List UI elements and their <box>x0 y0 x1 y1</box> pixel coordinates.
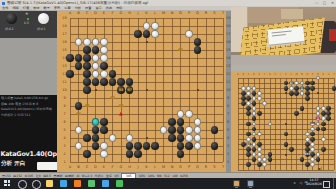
status-token: AI <box>76 174 79 178</box>
coordinate-label: N <box>169 165 175 169</box>
star-point <box>197 89 199 91</box>
coordinate-label: K <box>283 73 288 76</box>
console-line: 载入权重 kata1-b40c256.bin.gz <box>1 96 57 100</box>
menu-item[interactable]: 形势 <box>54 6 60 10</box>
black-stone[interactable] <box>305 96 310 101</box>
black-stone[interactable] <box>83 150 91 158</box>
white-stone[interactable] <box>75 38 83 46</box>
menu-item[interactable]: 设置 <box>85 6 91 10</box>
wechat-icon[interactable] <box>116 180 123 187</box>
coordinate-label: 17 <box>62 32 68 36</box>
white-player-label: 棋手1 <box>37 27 45 31</box>
grid-line <box>206 18 207 163</box>
white-stone[interactable] <box>257 96 262 101</box>
status-token: b256 <box>180 174 188 178</box>
white-stone[interactable] <box>241 86 246 91</box>
white-stone[interactable] <box>92 70 100 78</box>
maximize-button[interactable]: ▢ <box>321 1 328 6</box>
coordinate-label: 18 <box>62 24 68 28</box>
search-icon[interactable] <box>18 180 27 189</box>
coordinate-label: 8 <box>62 104 68 108</box>
coordinate-label: S <box>326 73 331 76</box>
coordinate-label: B <box>76 11 82 15</box>
white-stone[interactable] <box>185 134 193 142</box>
coordinate-label: P <box>186 165 192 169</box>
coordinate-label: R <box>321 73 326 76</box>
coordinate-label: 1 <box>225 160 231 164</box>
grid-line <box>163 18 164 163</box>
white-stone[interactable] <box>289 86 294 91</box>
grid-line <box>70 98 224 99</box>
white-stone[interactable] <box>151 22 159 30</box>
taskbar-clock[interactable]: 14:372020/8/26 <box>306 179 322 187</box>
grid-line <box>238 164 335 165</box>
white-stone[interactable] <box>310 147 315 152</box>
white-stone[interactable] <box>305 132 310 137</box>
grid-line <box>70 106 224 107</box>
status-token: 512 <box>164 174 170 178</box>
black-stone[interactable] <box>289 147 294 152</box>
camera-background-box <box>281 9 303 19</box>
gold-move-number: 86 <box>83 104 91 108</box>
coordinate-label: G <box>118 11 124 15</box>
camera-white-box <box>267 26 304 45</box>
white-stone[interactable] <box>246 137 251 142</box>
coordinate-label: K <box>144 165 150 169</box>
white-stone[interactable] <box>92 38 100 46</box>
coordinate-label: L <box>152 11 158 15</box>
gold-move-number: 95 <box>117 88 125 92</box>
file-explorer-icon[interactable] <box>46 180 53 187</box>
black-stone[interactable] <box>83 54 91 62</box>
status-token: 手305 <box>24 174 33 178</box>
black-stone[interactable] <box>126 150 134 158</box>
white-stone[interactable] <box>92 62 100 70</box>
black-stone[interactable] <box>284 86 289 91</box>
status-token: v40 <box>172 174 178 178</box>
coordinate-label: 1 <box>62 160 68 164</box>
grid-line <box>214 18 215 163</box>
black-stone[interactable] <box>134 30 142 38</box>
black-stone[interactable] <box>177 134 185 142</box>
coordinate-label: R <box>203 165 209 169</box>
app-icon <box>2 2 5 5</box>
coordinate-label: T <box>220 11 226 15</box>
coordinate-label: 2 <box>62 152 68 156</box>
white-stone[interactable] <box>262 101 267 106</box>
window-title: 围棋记谱 S(4.1.7)(KataGoV1.40(OpencL)_S/B.17… <box>7 1 148 5</box>
white-stone[interactable] <box>160 126 168 134</box>
black-stone[interactable] <box>310 137 315 142</box>
black-stone[interactable] <box>92 46 100 54</box>
black-stone[interactable] <box>100 118 108 126</box>
go-app-active-icon[interactable] <box>233 180 240 187</box>
black-stone[interactable] <box>241 91 246 96</box>
black-stone[interactable] <box>252 147 257 152</box>
menu-item[interactable]: 数子 <box>44 6 50 10</box>
white-stone[interactable] <box>83 38 91 46</box>
black-stone[interactable] <box>75 102 83 110</box>
white-stone[interactable] <box>257 157 262 162</box>
black-stone[interactable] <box>321 127 326 132</box>
black-stone[interactable] <box>134 150 142 158</box>
black-stone[interactable] <box>109 70 117 78</box>
coordinate-label: N <box>299 73 304 76</box>
black-stone[interactable] <box>241 101 246 106</box>
black-stone[interactable] <box>168 126 176 134</box>
status-token: 白用时 <box>65 174 74 178</box>
coordinate-label: 9 <box>62 96 68 100</box>
black-stone[interactable] <box>305 147 310 152</box>
coordinate-label: G <box>118 165 124 169</box>
coordinate-label: F <box>110 165 116 169</box>
black-stone[interactable] <box>246 106 251 111</box>
gold-move-number: 84 <box>75 112 83 116</box>
white-stone[interactable] <box>100 70 108 78</box>
coordinate-label: 11 <box>62 80 68 84</box>
coordinate-label: A <box>236 73 241 76</box>
coordinate-label: 15 <box>62 48 68 52</box>
black-stone[interactable] <box>134 142 142 150</box>
black-stone[interactable] <box>83 134 91 142</box>
grid-line <box>328 78 329 170</box>
menu-item[interactable]: 棋盘 <box>106 6 112 10</box>
white-stone[interactable] <box>151 30 159 38</box>
status-token: GPU <box>139 174 145 178</box>
coordinate-label: R <box>203 11 209 15</box>
camera-floor <box>231 55 336 66</box>
white-stone[interactable] <box>185 110 193 118</box>
coordinate-label: N <box>169 11 175 15</box>
coordinate-label: D <box>93 11 99 15</box>
black-stone[interactable] <box>257 142 262 147</box>
gold-move-number: 92 <box>109 96 117 100</box>
coordinate-label: Q <box>315 73 320 76</box>
black-stone[interactable] <box>194 38 202 46</box>
black-stone[interactable] <box>321 147 326 152</box>
white-stone[interactable] <box>300 91 305 96</box>
white-stone[interactable] <box>310 157 315 162</box>
analysis-status-line: 分析 开白 <box>1 160 25 168</box>
black-stone[interactable] <box>194 46 202 54</box>
white-stone[interactable] <box>246 101 251 106</box>
white-stone[interactable] <box>100 54 108 62</box>
black-stone[interactable] <box>83 46 91 54</box>
black-stone[interactable] <box>83 70 91 78</box>
black-stone[interactable] <box>305 142 310 147</box>
white-stone[interactable] <box>100 142 108 150</box>
tray-chevron-icon[interactable]: ∧ <box>293 181 296 185</box>
coordinate-label: D <box>251 73 256 76</box>
white-stone[interactable] <box>75 142 83 150</box>
black-stone[interactable] <box>100 62 108 70</box>
task-view-icon[interactable] <box>32 180 41 189</box>
coordinate-label: 4 <box>225 136 231 140</box>
coordinate-label: O <box>305 73 310 76</box>
white-stone[interactable] <box>316 152 321 157</box>
coordinate-label: P <box>186 11 192 15</box>
windows-taskbar: ∧ ◁ 中 14:372020/8/26 <box>0 178 336 189</box>
black-stone[interactable] <box>83 78 91 86</box>
white-stone[interactable] <box>143 22 151 30</box>
coordinate-label: T <box>220 165 226 169</box>
status-token: 白152 <box>13 174 22 178</box>
gold-move-number: 97 <box>126 88 134 92</box>
black-stone[interactable] <box>177 126 185 134</box>
white-stone[interactable] <box>252 96 257 101</box>
white-stone[interactable] <box>257 91 262 96</box>
white-stone[interactable] <box>321 137 326 142</box>
black-stone[interactable] <box>92 142 100 150</box>
white-stone[interactable] <box>246 86 251 91</box>
triangle-marker: ▲ <box>118 111 124 116</box>
black-stone[interactable] <box>332 86 336 91</box>
coordinate-label: L <box>289 73 294 76</box>
coordinate-label: 7 <box>225 112 231 116</box>
coordinate-label: 16 <box>62 40 68 44</box>
white-player-stone-icon <box>38 13 49 24</box>
coordinate-label: 19 <box>225 16 231 20</box>
black-stone[interactable] <box>211 142 219 150</box>
camera-view[interactable] <box>231 7 336 66</box>
black-stone[interactable] <box>305 91 310 96</box>
black-stone[interactable] <box>75 62 83 70</box>
coordinate-label: M <box>161 165 167 169</box>
white-stone[interactable] <box>177 110 185 118</box>
status-token: 黑用时 <box>53 174 62 178</box>
coordinate-label: A <box>67 11 73 15</box>
black-stone[interactable] <box>177 142 185 150</box>
coordinate-label: 16 <box>225 40 231 44</box>
black-stone[interactable] <box>92 78 100 86</box>
black-stone[interactable] <box>289 91 294 96</box>
coordinate-label: T <box>331 73 336 76</box>
minimize-button[interactable]: — <box>313 1 320 6</box>
highlighted-cyan-stone[interactable] <box>92 118 100 126</box>
star-point <box>146 41 148 43</box>
white-stone[interactable] <box>109 134 117 142</box>
coordinate-label: 10 <box>225 88 231 92</box>
white-stone[interactable] <box>100 150 108 158</box>
coordinate-label: H <box>127 165 133 169</box>
coordinate-label: 15 <box>225 48 231 52</box>
menu-item[interactable]: 编辑 <box>12 6 18 10</box>
white-stone[interactable] <box>321 106 326 111</box>
black-stone[interactable] <box>177 118 185 126</box>
white-stone[interactable] <box>185 126 193 134</box>
white-stone[interactable] <box>194 134 202 142</box>
black-stone[interactable] <box>75 54 83 62</box>
black-stone[interactable] <box>284 142 289 147</box>
coordinate-label: 17 <box>225 32 231 36</box>
white-stone[interactable] <box>75 126 83 134</box>
grid-line <box>155 18 156 163</box>
white-stone[interactable] <box>257 152 262 157</box>
black-stone[interactable] <box>168 134 176 142</box>
black-stone[interactable] <box>66 54 74 62</box>
coordinate-label: 4 <box>62 136 68 140</box>
black-stone[interactable] <box>168 118 176 126</box>
coordinate-label: 9 <box>225 96 231 100</box>
coordinate-label: O <box>178 11 184 15</box>
coordinate-label: 13 <box>62 64 68 68</box>
white-stone[interactable] <box>246 91 251 96</box>
coordinate-label: E <box>101 165 107 169</box>
black-stone[interactable] <box>117 78 125 86</box>
black-stone[interactable] <box>83 86 91 94</box>
black-stone[interactable] <box>143 30 151 38</box>
white-stone[interactable] <box>126 134 134 142</box>
coordinate-label: J <box>278 73 283 76</box>
status-token: Q5 <box>115 174 119 178</box>
coordinate-label: F <box>262 73 267 76</box>
black-stone[interactable] <box>321 122 326 127</box>
white-stone[interactable] <box>194 118 202 126</box>
camera-app-active-icon[interactable] <box>247 180 254 187</box>
notification-center-icon[interactable] <box>323 181 330 188</box>
menu-item[interactable]: 文件 <box>2 6 8 10</box>
move-number: 186 <box>298 87 306 90</box>
status-token: NN <box>157 174 162 178</box>
white-stone[interactable] <box>194 142 202 150</box>
coordinate-label: J <box>135 165 141 169</box>
coordinate-label: F <box>110 11 116 15</box>
white-stone[interactable] <box>100 46 108 54</box>
menu-item[interactable]: 分析 <box>75 6 81 10</box>
black-stone[interactable] <box>126 78 134 86</box>
console-line: 分析线程 2 访问 512 <box>1 113 57 117</box>
coordinate-label: P <box>310 73 315 76</box>
black-stone[interactable] <box>100 126 108 134</box>
grid-line <box>238 170 335 171</box>
coordinate-label: 13 <box>225 64 231 68</box>
gold-move-number: 96 <box>117 104 125 108</box>
photos-app-icon[interactable] <box>102 180 109 187</box>
black-stone[interactable] <box>246 96 251 101</box>
coordinate-label: 5 <box>62 128 68 132</box>
coordinate-label: E <box>257 73 262 76</box>
star-point <box>285 154 287 156</box>
white-stone[interactable] <box>257 147 262 152</box>
black-stone[interactable] <box>211 126 219 134</box>
black-stone[interactable] <box>257 162 262 167</box>
coordinate-label: S <box>212 11 218 15</box>
white-stone[interactable] <box>92 54 100 62</box>
black-stone[interactable] <box>246 147 251 152</box>
grid-line <box>70 162 224 163</box>
white-stone[interactable] <box>305 137 310 142</box>
coordinate-label: L <box>152 165 158 169</box>
coordinate-label: C <box>246 73 251 76</box>
black-stone[interactable] <box>126 142 134 150</box>
left-panel-empty <box>0 38 57 96</box>
black-stone[interactable] <box>305 162 310 167</box>
coordinate-label: A <box>67 165 73 169</box>
coordinate-label: 5 <box>225 128 231 132</box>
gold-move-number: 98 <box>177 48 185 52</box>
menu-item[interactable]: 引擎 <box>64 6 70 10</box>
white-stone[interactable] <box>262 157 267 162</box>
black-stone[interactable] <box>257 111 262 116</box>
coordinate-label: M <box>161 11 167 15</box>
close-button[interactable]: ✕ <box>329 1 336 6</box>
black-stone[interactable] <box>321 111 326 116</box>
komi-value: 6.5 <box>24 21 29 25</box>
coordinate-label: M <box>294 73 299 76</box>
black-stone[interactable] <box>66 70 74 78</box>
volume-icon[interactable]: ◁ <box>299 181 302 185</box>
black-stone[interactable] <box>305 81 310 86</box>
start-button[interactable] <box>4 180 11 187</box>
move-number: 164 <box>245 143 253 146</box>
firefox-browser-icon[interactable] <box>74 180 81 187</box>
black-stone[interactable] <box>177 150 185 158</box>
black-stone[interactable] <box>92 126 100 134</box>
black-player-stone-icon <box>6 13 17 24</box>
black-stone[interactable] <box>143 142 151 150</box>
edge-browser-icon[interactable] <box>60 180 67 187</box>
coordinate-label: 12 <box>225 72 231 76</box>
black-stone[interactable] <box>252 137 257 142</box>
black-stone[interactable] <box>100 78 108 86</box>
black-stone[interactable] <box>326 106 331 111</box>
console-line: KataGoV1.40(OpencL) 初始化完成 <box>1 107 57 111</box>
menu-item[interactable]: 窗口 <box>95 6 101 10</box>
status-token: 黑153 <box>2 174 11 178</box>
black-stone[interactable] <box>83 62 91 70</box>
black-stone[interactable] <box>151 142 159 150</box>
coordinate-label: 7 <box>62 112 68 116</box>
white-stone[interactable] <box>100 38 108 46</box>
green-app-icon[interactable] <box>88 180 95 187</box>
star-point <box>146 137 148 139</box>
coordinate-label: E <box>101 11 107 15</box>
coordinate-label: H <box>273 73 278 76</box>
white-stone[interactable] <box>310 142 315 147</box>
coordinate-label: 18 <box>225 24 231 28</box>
grid-line <box>70 114 224 115</box>
black-stone[interactable] <box>310 86 315 91</box>
white-stone[interactable] <box>252 86 257 91</box>
black-stone[interactable] <box>92 134 100 142</box>
coordinate-label: S <box>212 165 218 169</box>
black-stone[interactable] <box>109 78 117 86</box>
coordinate-label: 3 <box>225 144 231 148</box>
coordinate-label: K <box>144 11 150 15</box>
coordinate-label: 19 <box>62 16 68 20</box>
black-stone[interactable] <box>241 96 246 101</box>
status-token: W+2.3 <box>82 174 92 178</box>
white-stone[interactable] <box>185 30 193 38</box>
black-stone[interactable] <box>294 91 299 96</box>
status-token: 贴6.5 <box>43 174 51 178</box>
star-point <box>285 123 287 125</box>
black-stone[interactable] <box>246 152 251 157</box>
coordinate-label: D <box>93 165 99 169</box>
go-analysis-app-window: 围棋记谱 S(4.1.7)(KataGoV1.40(OpencL)_S/B.17… <box>0 0 336 189</box>
white-stone[interactable] <box>194 126 202 134</box>
status-token: 分析中 <box>95 174 104 178</box>
camera-person-red-sleeve <box>329 29 336 41</box>
grid-line <box>223 18 224 163</box>
coordinate-label: B <box>76 165 82 169</box>
coordinate-label: 14 <box>225 56 231 60</box>
black-stone[interactable] <box>252 91 257 96</box>
black-stone[interactable] <box>185 142 193 150</box>
menu-item[interactable]: 帮助 <box>116 6 122 10</box>
star-point <box>146 89 148 91</box>
console-line: 模型 40b 通道 256 版本 8 <box>1 102 57 106</box>
